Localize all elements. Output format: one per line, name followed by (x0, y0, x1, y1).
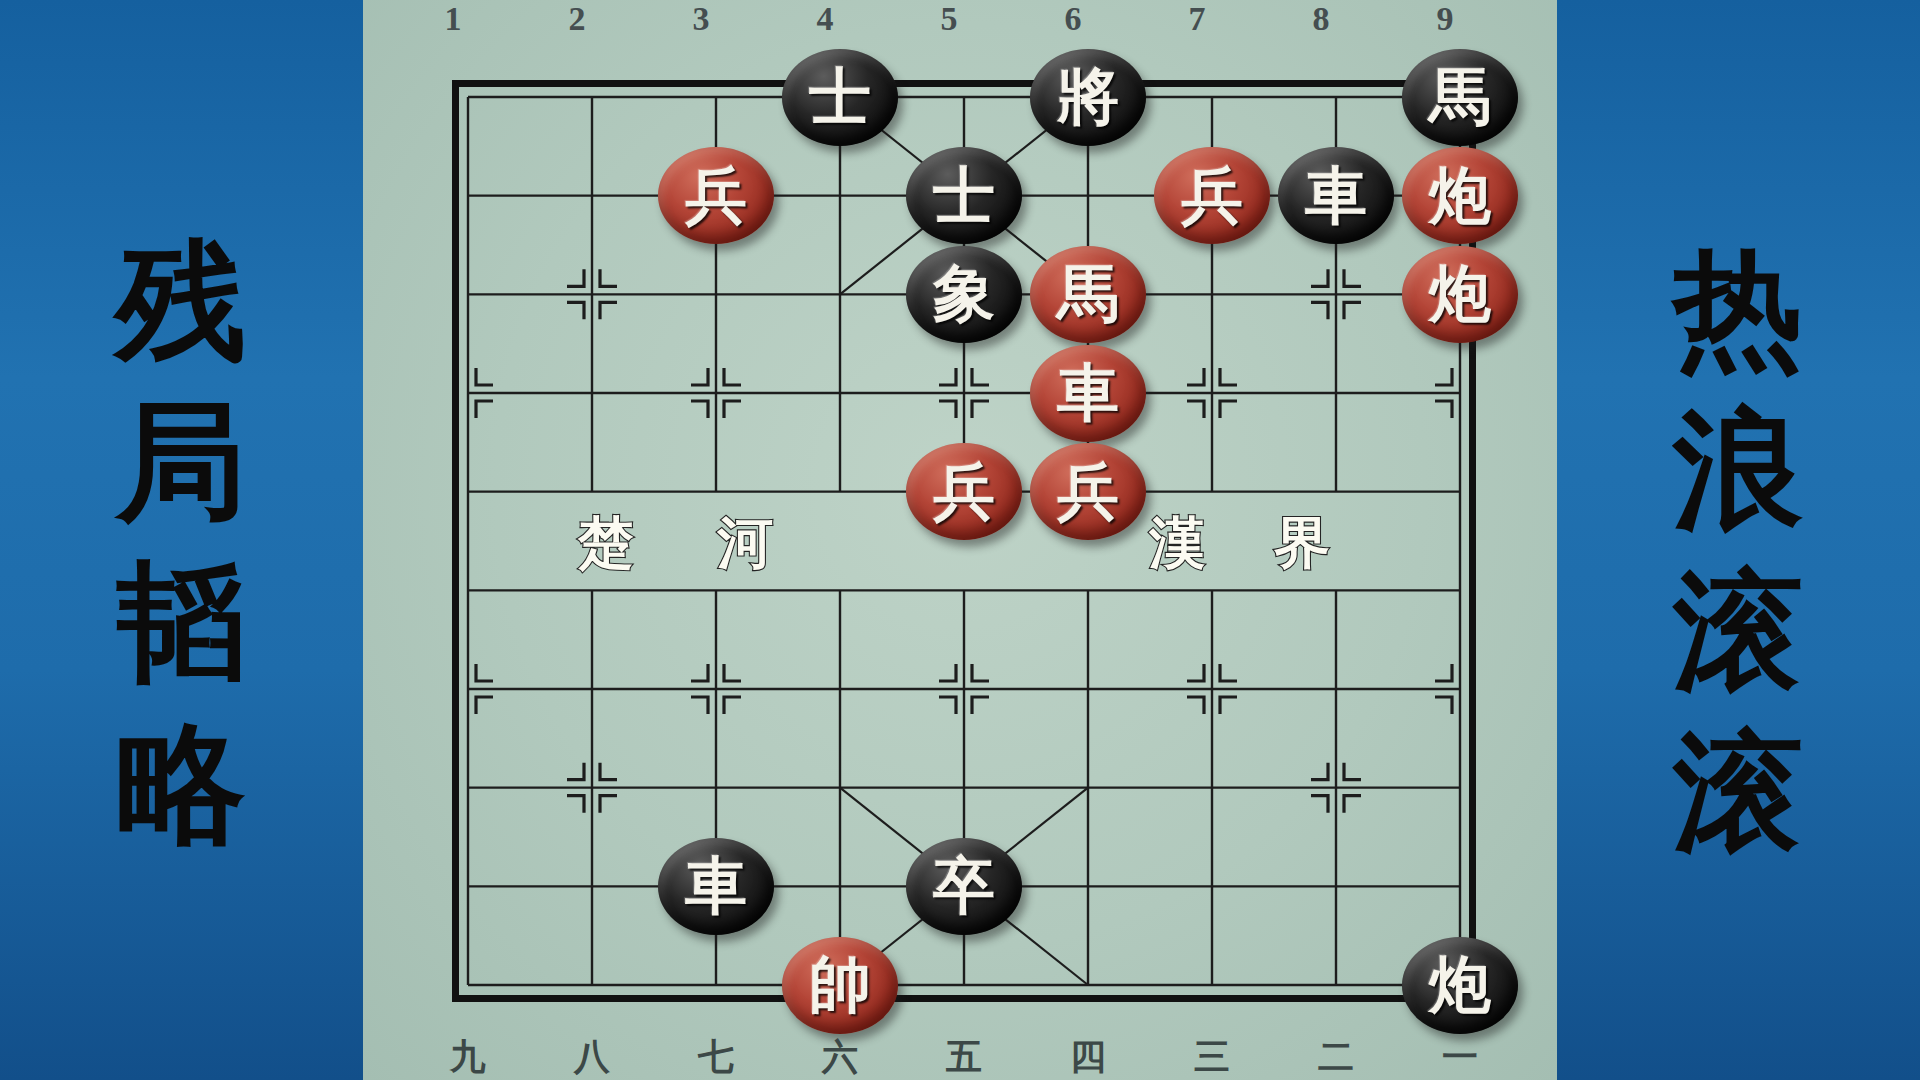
piece-glyph: 兵 (1181, 165, 1243, 227)
right-caption: 热浪滚滚 (1672, 244, 1804, 857)
red-general-piece[interactable]: 帥 (782, 937, 898, 1034)
piece-glyph: 士 (809, 66, 871, 128)
black-chariot-piece[interactable]: 車 (658, 838, 774, 935)
file-label-top: 1 (445, 2, 462, 36)
piece-glyph: 帥 (809, 954, 871, 1016)
file-label-bottom: 三 (1194, 1039, 1230, 1075)
file-label-top: 2 (569, 2, 586, 36)
black-horse-piece[interactable]: 馬 (1402, 49, 1518, 146)
piece-glyph: 車 (1305, 165, 1367, 227)
file-label-bottom: 七 (698, 1039, 734, 1075)
piece-glyph: 馬 (1429, 66, 1491, 128)
caption-char: 韬 (116, 558, 246, 688)
file-label-top: 7 (1189, 2, 1206, 36)
piece-glyph: 將 (1057, 66, 1119, 128)
red-soldier-piece[interactable]: 兵 (658, 147, 774, 244)
file-label-bottom: 八 (574, 1039, 610, 1075)
piece-glyph: 炮 (1429, 954, 1491, 1016)
caption-char: 局 (116, 397, 246, 527)
file-label-top: 8 (1313, 2, 1330, 36)
piece-glyph: 士 (933, 165, 995, 227)
black-soldier-piece[interactable]: 卒 (906, 838, 1022, 935)
stage: 残局韬略 楚河漢界 123456789 士將馬兵士兵車炮象馬炮車兵兵車卒帥炮 九… (0, 0, 1920, 1080)
file-label-top: 3 (693, 2, 710, 36)
piece-glyph: 象 (933, 263, 995, 325)
file-label-top: 9 (1437, 2, 1454, 36)
red-soldier-piece[interactable]: 兵 (1154, 147, 1270, 244)
file-label-top: 5 (941, 2, 958, 36)
file-label-bottom: 五 (946, 1039, 982, 1075)
piece-glyph: 馬 (1057, 263, 1119, 325)
left-caption: 残局韬略 (115, 236, 247, 849)
file-label-top: 4 (817, 2, 834, 36)
piece-glyph: 炮 (1429, 165, 1491, 227)
piece-glyph: 兵 (1057, 461, 1119, 523)
file-label-top: 6 (1065, 2, 1082, 36)
piece-glyph: 卒 (933, 855, 995, 917)
black-general-piece[interactable]: 將 (1030, 49, 1146, 146)
red-cannon-piece[interactable]: 炮 (1402, 246, 1518, 343)
black-advisor-piece[interactable]: 士 (906, 147, 1022, 244)
caption-char: 滚 (1673, 566, 1803, 696)
caption-char: 略 (116, 719, 246, 849)
river-text: 河 (716, 509, 773, 575)
file-label-bottom: 一 (1442, 1039, 1478, 1075)
piece-glyph: 車 (1057, 362, 1119, 424)
file-label-bottom: 四 (1070, 1039, 1106, 1075)
red-horse-piece[interactable]: 馬 (1030, 246, 1146, 343)
black-advisor-piece[interactable]: 士 (782, 49, 898, 146)
red-chariot-piece[interactable]: 車 (1030, 345, 1146, 442)
red-soldier-piece[interactable]: 兵 (1030, 443, 1146, 540)
caption-char: 浪 (1673, 405, 1803, 535)
caption-char: 滚 (1673, 727, 1803, 857)
piece-glyph: 車 (685, 855, 747, 917)
caption-char: 热 (1673, 244, 1803, 374)
black-elephant-piece[interactable]: 象 (906, 246, 1022, 343)
piece-glyph: 兵 (685, 165, 747, 227)
river-text: 界 (1273, 509, 1330, 575)
file-label-bottom: 二 (1318, 1039, 1354, 1075)
black-chariot-piece[interactable]: 車 (1278, 147, 1394, 244)
piece-glyph: 炮 (1429, 263, 1491, 325)
xiangqi-board: 楚河漢界 123456789 士將馬兵士兵車炮象馬炮車兵兵車卒帥炮 九八七六五四… (363, 0, 1557, 1080)
red-cannon-piece[interactable]: 炮 (1402, 147, 1518, 244)
piece-glyph: 兵 (933, 461, 995, 523)
file-label-bottom: 六 (822, 1039, 858, 1075)
river-text: 楚 (577, 509, 634, 575)
file-label-bottom: 九 (450, 1039, 486, 1075)
black-cannon-piece[interactable]: 炮 (1402, 937, 1518, 1034)
red-soldier-piece[interactable]: 兵 (906, 443, 1022, 540)
caption-char: 残 (116, 236, 246, 366)
river-text: 漢 (1148, 509, 1205, 575)
